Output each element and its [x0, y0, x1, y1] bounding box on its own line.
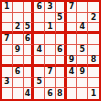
cell-r5c8: 5	[77, 45, 88, 56]
cell-r8c3[interactable]	[24, 78, 35, 89]
cell-r3c3: 5	[24, 23, 35, 34]
cell-r4c3: 6	[24, 34, 35, 45]
cell-r9c5: 6	[45, 88, 56, 99]
cell-r8c7[interactable]	[67, 78, 78, 89]
cell-r6c7: 9	[67, 56, 78, 67]
cell-r3c6[interactable]	[56, 23, 67, 34]
cell-r1c1: 1	[2, 2, 13, 13]
cell-r9c3: 4	[24, 88, 35, 99]
cell-r1c7: 7	[67, 2, 78, 13]
sudoku-board: 1637522514769465986749354681	[0, 0, 101, 101]
cell-r5c3[interactable]	[24, 45, 35, 56]
cell-r7c3[interactable]	[24, 67, 35, 78]
cell-r5c1[interactable]	[2, 45, 13, 56]
cell-r6c8[interactable]	[77, 56, 88, 67]
cell-r5c2: 9	[13, 45, 24, 56]
cell-r1c8[interactable]	[77, 2, 88, 13]
cell-r3c5: 1	[45, 23, 56, 34]
cell-r8c4: 5	[34, 78, 45, 89]
cell-r4c9[interactable]	[88, 34, 99, 45]
cell-r6c5[interactable]	[45, 56, 56, 67]
cell-r3c4[interactable]	[34, 23, 45, 34]
cell-r8c5[interactable]	[45, 78, 56, 89]
cell-r6c9: 8	[88, 56, 99, 67]
cell-r1c5: 3	[45, 2, 56, 13]
cell-r3c8: 4	[77, 23, 88, 34]
cell-r6c3[interactable]	[24, 56, 35, 67]
cell-r8c2[interactable]	[13, 78, 24, 89]
cell-r9c4[interactable]	[34, 88, 45, 99]
cell-r4c7[interactable]	[67, 34, 78, 45]
cell-r5c4: 4	[34, 45, 45, 56]
cell-r9c9: 1	[88, 88, 99, 99]
cell-r7c6[interactable]	[56, 67, 67, 78]
cell-r7c1[interactable]	[2, 67, 13, 78]
cell-r8c8[interactable]	[77, 78, 88, 89]
cell-r4c2[interactable]	[13, 34, 24, 45]
cell-r4c8[interactable]	[77, 34, 88, 45]
cell-r7c5: 7	[45, 67, 56, 78]
cell-r2c4[interactable]	[34, 13, 45, 24]
cell-r8c9[interactable]	[88, 78, 99, 89]
cell-r9c1[interactable]	[2, 88, 13, 99]
cell-r7c4[interactable]	[34, 67, 45, 78]
cell-r8c6[interactable]	[56, 78, 67, 89]
cell-r4c1: 7	[2, 34, 13, 45]
cell-r4c6[interactable]	[56, 34, 67, 45]
cell-r4c5[interactable]	[45, 34, 56, 45]
cell-r1c9[interactable]	[88, 2, 99, 13]
cell-r1c6[interactable]	[56, 2, 67, 13]
cell-r6c4[interactable]	[34, 56, 45, 67]
cell-r7c8: 9	[77, 67, 88, 78]
cell-r7c9[interactable]	[88, 67, 99, 78]
cell-r1c2[interactable]	[13, 2, 24, 13]
cell-r6c2[interactable]	[13, 56, 24, 67]
cell-r3c2: 2	[13, 23, 24, 34]
cell-r1c3[interactable]	[24, 2, 35, 13]
cell-r9c2[interactable]	[13, 88, 24, 99]
cell-r5c6: 6	[56, 45, 67, 56]
cell-r1c4: 6	[34, 2, 45, 13]
cell-r3c7[interactable]	[67, 23, 78, 34]
cell-r7c2: 6	[13, 67, 24, 78]
cell-r3c9[interactable]	[88, 23, 99, 34]
cell-r4c4[interactable]	[34, 34, 45, 45]
cell-r2c9: 2	[88, 13, 99, 24]
cell-r9c8[interactable]	[77, 88, 88, 99]
cell-r2c1[interactable]	[2, 13, 13, 24]
cell-r5c5[interactable]	[45, 45, 56, 56]
cell-r2c7[interactable]	[67, 13, 78, 24]
cell-r3c1[interactable]	[2, 23, 13, 34]
cell-r7c7: 4	[67, 67, 78, 78]
cell-r2c6: 5	[56, 13, 67, 24]
cell-r9c6: 8	[56, 88, 67, 99]
cell-r6c6[interactable]	[56, 56, 67, 67]
cell-r6c1[interactable]	[2, 56, 13, 67]
cell-r9c7[interactable]	[67, 88, 78, 99]
cell-r8c1: 3	[2, 78, 13, 89]
